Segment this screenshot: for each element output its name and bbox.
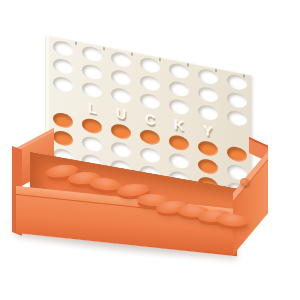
orange-disc-r4c5: [169, 134, 189, 152]
orange-disc-r5c6: [198, 157, 218, 175]
empty-hole-r5c3: [111, 141, 131, 159]
empty-hole-r1c4: [140, 56, 160, 74]
empty-hole-r2c5: [169, 80, 189, 98]
orange-disc-r5c1: [53, 129, 73, 147]
orange-disc-r4c3: [111, 123, 131, 141]
empty-hole-r2c4: [140, 74, 160, 92]
empty-hole-r3c6: [198, 103, 218, 121]
empty-hole-r3c5: [169, 98, 189, 116]
connect-four-product-photo: LUCKY: [0, 0, 300, 300]
empty-hole-r3c4: [140, 92, 160, 110]
empty-hole-r3c7: [227, 109, 247, 127]
empty-hole-r5c4: [140, 146, 160, 164]
orange-disc-r4c7: [227, 145, 247, 163]
empty-hole-r1c1: [53, 39, 73, 57]
empty-hole-r1c7: [227, 73, 247, 91]
empty-hole-r3c1: [53, 75, 73, 93]
empty-hole-r5c5: [169, 152, 189, 170]
empty-hole-r5c2: [82, 135, 102, 153]
empty-hole-r3c2: [82, 81, 102, 99]
empty-hole-r2c6: [198, 85, 218, 103]
orange-disc-r4c4: [140, 128, 160, 146]
empty-hole-r1c5: [169, 62, 189, 80]
empty-hole-r2c1: [53, 57, 73, 75]
empty-hole-r1c6: [198, 67, 218, 85]
empty-hole-r3c3: [111, 87, 131, 105]
orange-disc-r4c2: [82, 117, 102, 135]
empty-hole-r2c3: [111, 69, 131, 87]
empty-hole-r2c7: [227, 91, 247, 109]
empty-hole-r1c2: [82, 45, 102, 63]
orange-disc-r4c6: [198, 139, 218, 157]
tray-pivot-knob: [240, 178, 249, 186]
orange-disc-r4c1: [53, 111, 73, 129]
empty-hole-r2c2: [82, 63, 102, 81]
empty-hole-r1c3: [111, 51, 131, 69]
